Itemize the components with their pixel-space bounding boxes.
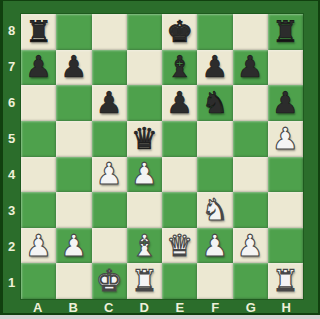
square-f3[interactable]: ♞ [197, 192, 232, 228]
square-c8[interactable] [92, 14, 127, 50]
file-label-f: F [198, 300, 234, 315]
square-h3[interactable] [268, 192, 303, 228]
square-h4[interactable] [268, 157, 303, 193]
square-f1[interactable] [197, 263, 232, 299]
square-b1[interactable] [56, 263, 91, 299]
square-h1[interactable]: ♜ [268, 263, 303, 299]
square-h8[interactable]: ♜ [268, 14, 303, 50]
square-b8[interactable] [56, 14, 91, 50]
piece-white-pawn[interactable]: ♟ [60, 231, 87, 261]
square-c7[interactable] [92, 50, 127, 86]
square-f8[interactable] [197, 14, 232, 50]
piece-white-pawn[interactable]: ♟ [237, 231, 264, 261]
file-label-e: E [162, 300, 198, 315]
square-a5[interactable] [21, 121, 56, 157]
square-f2[interactable]: ♟ [197, 228, 232, 264]
square-b5[interactable] [56, 121, 91, 157]
square-f7[interactable]: ♟ [197, 50, 232, 86]
square-d4[interactable]: ♟ [127, 157, 162, 193]
square-b3[interactable] [56, 192, 91, 228]
square-g7[interactable]: ♟ [233, 50, 268, 86]
square-g3[interactable] [233, 192, 268, 228]
square-c6[interactable]: ♟ [92, 85, 127, 121]
file-label-a: A [20, 300, 56, 315]
file-label-g: G [233, 300, 269, 315]
piece-white-rook[interactable]: ♜ [272, 266, 299, 296]
square-g1[interactable] [233, 263, 268, 299]
rank-labels: 8 7 6 5 4 3 2 1 [0, 13, 20, 300]
square-c1[interactable]: ♚ [92, 263, 127, 299]
square-a4[interactable] [21, 157, 56, 193]
rank-label-7: 7 [0, 49, 20, 85]
piece-black-pawn[interactable]: ♟ [166, 88, 193, 118]
file-label-c: C [91, 300, 127, 315]
piece-black-rook[interactable]: ♜ [272, 17, 299, 47]
piece-black-queen[interactable]: ♛ [131, 124, 158, 154]
square-e5[interactable] [162, 121, 197, 157]
square-d2[interactable]: ♝ [127, 228, 162, 264]
square-c5[interactable] [92, 121, 127, 157]
square-g8[interactable] [233, 14, 268, 50]
chess-board[interactable]: ♜♚♜♟♟♝♟♟♟♟♞♟♛♟♟♟♞♟♟♝♛♟♟♚♜♜ [20, 13, 304, 300]
file-label-d: D [127, 300, 163, 315]
square-b2[interactable]: ♟ [56, 228, 91, 264]
rank-label-3: 3 [0, 192, 20, 228]
square-d6[interactable] [127, 85, 162, 121]
piece-white-pawn[interactable]: ♟ [25, 231, 52, 261]
square-a2[interactable]: ♟ [21, 228, 56, 264]
square-g5[interactable] [233, 121, 268, 157]
chess-diagram: 8 7 6 5 4 3 2 1 ♜♚♜♟♟♝♟♟♟♟♞♟♛♟♟♟♞♟♟♝♛♟♟♚… [0, 0, 320, 319]
square-b4[interactable] [56, 157, 91, 193]
piece-black-bishop[interactable]: ♝ [166, 52, 193, 82]
piece-white-king[interactable]: ♚ [96, 266, 123, 296]
square-f4[interactable] [197, 157, 232, 193]
piece-black-pawn[interactable]: ♟ [272, 88, 299, 118]
rank-label-8: 8 [0, 13, 20, 49]
piece-white-rook[interactable]: ♜ [131, 266, 158, 296]
file-label-h: H [269, 300, 305, 315]
square-d7[interactable] [127, 50, 162, 86]
square-b7[interactable]: ♟ [56, 50, 91, 86]
file-labels: A B C D E F G H [20, 300, 304, 314]
square-c4[interactable]: ♟ [92, 157, 127, 193]
piece-black-rook[interactable]: ♜ [25, 17, 52, 47]
rank-label-1: 1 [0, 264, 20, 300]
square-a6[interactable] [21, 85, 56, 121]
square-h7[interactable] [268, 50, 303, 86]
piece-black-pawn[interactable]: ♟ [237, 52, 264, 82]
square-e4[interactable] [162, 157, 197, 193]
piece-white-pawn[interactable]: ♟ [96, 159, 123, 189]
square-d1[interactable]: ♜ [127, 263, 162, 299]
square-a8[interactable]: ♜ [21, 14, 56, 50]
square-e2[interactable]: ♛ [162, 228, 197, 264]
square-h2[interactable] [268, 228, 303, 264]
square-h6[interactable]: ♟ [268, 85, 303, 121]
piece-black-pawn[interactable]: ♟ [96, 88, 123, 118]
square-e7[interactable]: ♝ [162, 50, 197, 86]
square-f6[interactable]: ♞ [197, 85, 232, 121]
square-e6[interactable]: ♟ [162, 85, 197, 121]
square-a3[interactable] [21, 192, 56, 228]
piece-black-pawn[interactable]: ♟ [60, 52, 87, 82]
square-g6[interactable] [233, 85, 268, 121]
square-g2[interactable]: ♟ [233, 228, 268, 264]
square-d8[interactable] [127, 14, 162, 50]
piece-white-pawn[interactable]: ♟ [131, 159, 158, 189]
rank-label-6: 6 [0, 85, 20, 121]
piece-white-pawn[interactable]: ♟ [201, 231, 228, 261]
square-a1[interactable] [21, 263, 56, 299]
square-e1[interactable] [162, 263, 197, 299]
piece-black-king[interactable]: ♚ [166, 17, 193, 47]
square-e3[interactable] [162, 192, 197, 228]
piece-black-pawn[interactable]: ♟ [25, 52, 52, 82]
piece-white-knight[interactable]: ♞ [201, 195, 228, 225]
file-label-b: B [56, 300, 92, 315]
square-d5[interactable]: ♛ [127, 121, 162, 157]
piece-black-pawn[interactable]: ♟ [201, 52, 228, 82]
rank-label-4: 4 [0, 157, 20, 193]
piece-white-queen[interactable]: ♛ [166, 231, 193, 261]
square-c2[interactable] [92, 228, 127, 264]
square-f5[interactable] [197, 121, 232, 157]
square-a7[interactable]: ♟ [21, 50, 56, 86]
rank-label-5: 5 [0, 121, 20, 157]
square-b6[interactable] [56, 85, 91, 121]
square-e8[interactable]: ♚ [162, 14, 197, 50]
piece-white-bishop[interactable]: ♝ [131, 231, 158, 261]
piece-white-pawn[interactable]: ♟ [272, 124, 299, 154]
square-c3[interactable] [92, 192, 127, 228]
square-h5[interactable]: ♟ [268, 121, 303, 157]
square-d3[interactable] [127, 192, 162, 228]
rank-label-2: 2 [0, 228, 20, 264]
square-g4[interactable] [233, 157, 268, 193]
piece-black-knight[interactable]: ♞ [201, 88, 228, 118]
